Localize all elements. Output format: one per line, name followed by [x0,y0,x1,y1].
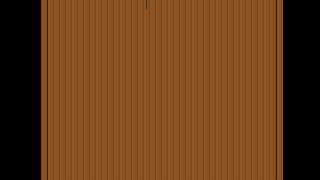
move-line-artifact [146,0,148,9]
video-frame [0,0,320,180]
chess-board [48,0,276,180]
